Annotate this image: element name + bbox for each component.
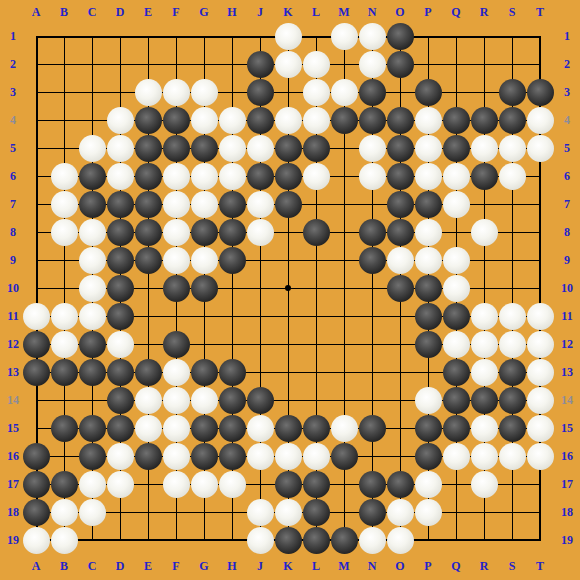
black-stone-r14[interactable] [471, 387, 498, 414]
black-stone-k5[interactable] [275, 135, 302, 162]
black-stone-k15[interactable] [275, 415, 302, 442]
white-stone-n6[interactable] [359, 163, 386, 190]
black-stone-c12[interactable] [79, 331, 106, 358]
go-board[interactable]: AABBCCDDEEFFGGHHJJKKLLMMNNOOPPQQRRSSTT11… [0, 0, 580, 580]
black-stone-a12[interactable] [23, 331, 50, 358]
white-stone-q7[interactable] [443, 191, 470, 218]
col-label-top-E: E [138, 3, 158, 21]
row-label-right-9: 9 [555, 251, 579, 269]
white-stone-s12[interactable] [499, 331, 526, 358]
row-label-right-12: 12 [555, 335, 579, 353]
white-stone-c11[interactable] [79, 303, 106, 330]
white-stone-b6[interactable] [51, 163, 78, 190]
white-stone-d5[interactable] [107, 135, 134, 162]
white-stone-j18[interactable] [247, 499, 274, 526]
white-stone-p4[interactable] [415, 107, 442, 134]
col-label-bottom-P: P [418, 557, 438, 575]
col-label-top-F: F [166, 3, 186, 21]
black-stone-h8[interactable] [219, 219, 246, 246]
white-stone-j7[interactable] [247, 191, 274, 218]
row-label-left-4: 4 [1, 111, 25, 129]
row-label-left-1: 1 [1, 27, 25, 45]
white-stone-g4[interactable] [191, 107, 218, 134]
white-stone-p18[interactable] [415, 499, 442, 526]
black-stone-q15[interactable] [443, 415, 470, 442]
row-label-left-9: 9 [1, 251, 25, 269]
black-stone-g5[interactable] [191, 135, 218, 162]
white-stone-b18[interactable] [51, 499, 78, 526]
black-stone-f10[interactable] [163, 275, 190, 302]
row-label-left-8: 8 [1, 223, 25, 241]
white-stone-k4[interactable] [275, 107, 302, 134]
col-label-top-N: N [362, 3, 382, 21]
white-stone-r8[interactable] [471, 219, 498, 246]
white-stone-n19[interactable] [359, 527, 386, 554]
white-stone-q12[interactable] [443, 331, 470, 358]
black-stone-o1[interactable] [387, 23, 414, 50]
black-stone-m19[interactable] [331, 527, 358, 554]
black-stone-n4[interactable] [359, 107, 386, 134]
white-stone-d6[interactable] [107, 163, 134, 190]
black-stone-n18[interactable] [359, 499, 386, 526]
row-label-right-1: 1 [555, 27, 579, 45]
col-label-top-O: O [390, 3, 410, 21]
col-label-bottom-S: S [502, 557, 522, 575]
black-stone-k17[interactable] [275, 471, 302, 498]
white-stone-m3[interactable] [331, 79, 358, 106]
black-stone-d13[interactable] [107, 359, 134, 386]
row-label-left-10: 10 [1, 279, 25, 297]
black-stone-l19[interactable] [303, 527, 330, 554]
col-label-top-B: B [54, 3, 74, 21]
row-label-left-14: 14 [1, 391, 25, 409]
white-stone-f17[interactable] [163, 471, 190, 498]
row-label-left-17: 17 [1, 475, 25, 493]
white-stone-j15[interactable] [247, 415, 274, 442]
col-label-bottom-L: L [306, 557, 326, 575]
white-stone-m1[interactable] [331, 23, 358, 50]
black-stone-g15[interactable] [191, 415, 218, 442]
white-stone-g3[interactable] [191, 79, 218, 106]
row-label-left-16: 16 [1, 447, 25, 465]
col-label-bottom-T: T [530, 557, 550, 575]
black-stone-p10[interactable] [415, 275, 442, 302]
white-stone-k1[interactable] [275, 23, 302, 50]
black-stone-r4[interactable] [471, 107, 498, 134]
black-stone-d8[interactable] [107, 219, 134, 246]
col-label-top-C: C [82, 3, 102, 21]
white-stone-p14[interactable] [415, 387, 442, 414]
white-stone-n5[interactable] [359, 135, 386, 162]
col-label-bottom-N: N [362, 557, 382, 575]
white-stone-j19[interactable] [247, 527, 274, 554]
black-stone-o2[interactable] [387, 51, 414, 78]
row-label-right-10: 10 [555, 279, 579, 297]
star-point-k10 [285, 285, 291, 291]
black-stone-h14[interactable] [219, 387, 246, 414]
black-stone-l15[interactable] [303, 415, 330, 442]
white-stone-b11[interactable] [51, 303, 78, 330]
black-stone-f4[interactable] [163, 107, 190, 134]
black-stone-d10[interactable] [107, 275, 134, 302]
white-stone-e3[interactable] [135, 79, 162, 106]
black-stone-j14[interactable] [247, 387, 274, 414]
white-stone-d16[interactable] [107, 443, 134, 470]
row-label-right-4: 4 [555, 111, 579, 129]
row-label-left-6: 6 [1, 167, 25, 185]
white-stone-h17[interactable] [219, 471, 246, 498]
row-label-left-18: 18 [1, 503, 25, 521]
white-stone-t11[interactable] [527, 303, 554, 330]
white-stone-t15[interactable] [527, 415, 554, 442]
black-stone-n15[interactable] [359, 415, 386, 442]
white-stone-f3[interactable] [163, 79, 190, 106]
col-label-top-P: P [418, 3, 438, 21]
row-label-right-6: 6 [555, 167, 579, 185]
black-stone-c15[interactable] [79, 415, 106, 442]
black-stone-k7[interactable] [275, 191, 302, 218]
white-stone-f7[interactable] [163, 191, 190, 218]
black-stone-t3[interactable] [527, 79, 554, 106]
black-stone-n8[interactable] [359, 219, 386, 246]
black-stone-n9[interactable] [359, 247, 386, 274]
white-stone-a11[interactable] [23, 303, 50, 330]
row-label-right-7: 7 [555, 195, 579, 213]
white-stone-h6[interactable] [219, 163, 246, 190]
col-label-top-G: G [194, 3, 214, 21]
col-label-bottom-O: O [390, 557, 410, 575]
white-stone-p17[interactable] [415, 471, 442, 498]
col-label-top-L: L [306, 3, 326, 21]
white-stone-t13[interactable] [527, 359, 554, 386]
row-label-left-3: 3 [1, 83, 25, 101]
white-stone-r15[interactable] [471, 415, 498, 442]
black-stone-l17[interactable] [303, 471, 330, 498]
black-stone-q5[interactable] [443, 135, 470, 162]
row-label-left-13: 13 [1, 363, 25, 381]
black-stone-f5[interactable] [163, 135, 190, 162]
black-stone-p16[interactable] [415, 443, 442, 470]
white-stone-r12[interactable] [471, 331, 498, 358]
row-label-right-18: 18 [555, 503, 579, 521]
white-stone-r16[interactable] [471, 443, 498, 470]
white-stone-q9[interactable] [443, 247, 470, 274]
black-stone-q14[interactable] [443, 387, 470, 414]
col-label-bottom-R: R [474, 557, 494, 575]
black-stone-g8[interactable] [191, 219, 218, 246]
row-label-left-19: 19 [1, 531, 25, 549]
white-stone-n2[interactable] [359, 51, 386, 78]
row-label-left-12: 12 [1, 335, 25, 353]
black-stone-q13[interactable] [443, 359, 470, 386]
white-stone-l2[interactable] [303, 51, 330, 78]
white-stone-o18[interactable] [387, 499, 414, 526]
black-stone-g10[interactable] [191, 275, 218, 302]
row-label-left-11: 11 [1, 307, 25, 325]
col-label-top-D: D [110, 3, 130, 21]
white-stone-f16[interactable] [163, 443, 190, 470]
black-stone-l18[interactable] [303, 499, 330, 526]
col-label-bottom-K: K [278, 557, 298, 575]
white-stone-t14[interactable] [527, 387, 554, 414]
black-stone-o8[interactable] [387, 219, 414, 246]
white-stone-t16[interactable] [527, 443, 554, 470]
white-stone-f9[interactable] [163, 247, 190, 274]
black-stone-j4[interactable] [247, 107, 274, 134]
black-stone-a13[interactable] [23, 359, 50, 386]
black-stone-a17[interactable] [23, 471, 50, 498]
white-stone-n1[interactable] [359, 23, 386, 50]
black-stone-o4[interactable] [387, 107, 414, 134]
col-label-top-K: K [278, 3, 298, 21]
row-label-right-16: 16 [555, 447, 579, 465]
white-stone-q6[interactable] [443, 163, 470, 190]
col-label-top-T: T [530, 3, 550, 21]
col-label-bottom-F: F [166, 557, 186, 575]
white-stone-p6[interactable] [415, 163, 442, 190]
white-stone-b7[interactable] [51, 191, 78, 218]
white-stone-c17[interactable] [79, 471, 106, 498]
black-stone-e7[interactable] [135, 191, 162, 218]
black-stone-h7[interactable] [219, 191, 246, 218]
black-stone-q11[interactable] [443, 303, 470, 330]
white-stone-f13[interactable] [163, 359, 190, 386]
black-stone-a18[interactable] [23, 499, 50, 526]
white-stone-g6[interactable] [191, 163, 218, 190]
col-label-top-A: A [26, 3, 46, 21]
row-label-right-14: 14 [555, 391, 579, 409]
white-stone-q10[interactable] [443, 275, 470, 302]
white-stone-l3[interactable] [303, 79, 330, 106]
white-stone-k18[interactable] [275, 499, 302, 526]
white-stone-a19[interactable] [23, 527, 50, 554]
black-stone-p3[interactable] [415, 79, 442, 106]
black-stone-f12[interactable] [163, 331, 190, 358]
row-label-right-13: 13 [555, 363, 579, 381]
black-stone-l8[interactable] [303, 219, 330, 246]
black-stone-o7[interactable] [387, 191, 414, 218]
white-stone-c18[interactable] [79, 499, 106, 526]
white-stone-s11[interactable] [499, 303, 526, 330]
white-stone-r17[interactable] [471, 471, 498, 498]
black-stone-d14[interactable] [107, 387, 134, 414]
white-stone-f14[interactable] [163, 387, 190, 414]
black-stone-e8[interactable] [135, 219, 162, 246]
black-stone-p7[interactable] [415, 191, 442, 218]
row-label-right-8: 8 [555, 223, 579, 241]
white-stone-o19[interactable] [387, 527, 414, 554]
black-stone-h15[interactable] [219, 415, 246, 442]
black-stone-n17[interactable] [359, 471, 386, 498]
black-stone-c7[interactable] [79, 191, 106, 218]
white-stone-e15[interactable] [135, 415, 162, 442]
white-stone-j16[interactable] [247, 443, 274, 470]
black-stone-d9[interactable] [107, 247, 134, 274]
white-stone-k2[interactable] [275, 51, 302, 78]
black-stone-q4[interactable] [443, 107, 470, 134]
black-stone-d15[interactable] [107, 415, 134, 442]
col-label-top-J: J [250, 3, 270, 21]
white-stone-k16[interactable] [275, 443, 302, 470]
col-label-top-Q: Q [446, 3, 466, 21]
white-stone-b8[interactable] [51, 219, 78, 246]
white-stone-t4[interactable] [527, 107, 554, 134]
black-stone-s4[interactable] [499, 107, 526, 134]
black-stone-n3[interactable] [359, 79, 386, 106]
black-stone-r6[interactable] [471, 163, 498, 190]
white-stone-j8[interactable] [247, 219, 274, 246]
white-stone-f6[interactable] [163, 163, 190, 190]
black-stone-e9[interactable] [135, 247, 162, 274]
black-stone-j3[interactable] [247, 79, 274, 106]
white-stone-p9[interactable] [415, 247, 442, 274]
black-stone-g13[interactable] [191, 359, 218, 386]
black-stone-s3[interactable] [499, 79, 526, 106]
black-stone-c6[interactable] [79, 163, 106, 190]
black-stone-l5[interactable] [303, 135, 330, 162]
white-stone-h5[interactable] [219, 135, 246, 162]
white-stone-g17[interactable] [191, 471, 218, 498]
black-stone-j2[interactable] [247, 51, 274, 78]
black-stone-o10[interactable] [387, 275, 414, 302]
white-stone-d17[interactable] [107, 471, 134, 498]
black-stone-h13[interactable] [219, 359, 246, 386]
col-label-bottom-J: J [250, 557, 270, 575]
black-stone-j6[interactable] [247, 163, 274, 190]
col-label-top-S: S [502, 3, 522, 21]
black-stone-c13[interactable] [79, 359, 106, 386]
col-label-bottom-B: B [54, 557, 74, 575]
row-label-left-15: 15 [1, 419, 25, 437]
black-stone-s15[interactable] [499, 415, 526, 442]
black-stone-m16[interactable] [331, 443, 358, 470]
black-stone-d7[interactable] [107, 191, 134, 218]
white-stone-q16[interactable] [443, 443, 470, 470]
black-stone-b15[interactable] [51, 415, 78, 442]
white-stone-t12[interactable] [527, 331, 554, 358]
white-stone-l4[interactable] [303, 107, 330, 134]
black-stone-p11[interactable] [415, 303, 442, 330]
white-stone-c5[interactable] [79, 135, 106, 162]
white-stone-c9[interactable] [79, 247, 106, 274]
white-stone-g14[interactable] [191, 387, 218, 414]
row-label-left-5: 5 [1, 139, 25, 157]
black-stone-o5[interactable] [387, 135, 414, 162]
white-stone-b12[interactable] [51, 331, 78, 358]
row-label-left-2: 2 [1, 55, 25, 73]
white-stone-d4[interactable] [107, 107, 134, 134]
row-label-left-7: 7 [1, 195, 25, 213]
white-stone-t5[interactable] [527, 135, 554, 162]
white-stone-s6[interactable] [499, 163, 526, 190]
black-stone-h9[interactable] [219, 247, 246, 274]
black-stone-h16[interactable] [219, 443, 246, 470]
white-stone-c8[interactable] [79, 219, 106, 246]
black-stone-o6[interactable] [387, 163, 414, 190]
black-stone-k6[interactable] [275, 163, 302, 190]
row-label-right-2: 2 [555, 55, 579, 73]
white-stone-b19[interactable] [51, 527, 78, 554]
row-label-right-19: 19 [555, 531, 579, 549]
white-stone-c10[interactable] [79, 275, 106, 302]
black-stone-e5[interactable] [135, 135, 162, 162]
black-stone-p15[interactable] [415, 415, 442, 442]
black-stone-e13[interactable] [135, 359, 162, 386]
black-stone-b17[interactable] [51, 471, 78, 498]
black-stone-s13[interactable] [499, 359, 526, 386]
white-stone-d12[interactable] [107, 331, 134, 358]
white-stone-p8[interactable] [415, 219, 442, 246]
black-stone-d11[interactable] [107, 303, 134, 330]
white-stone-m15[interactable] [331, 415, 358, 442]
white-stone-r13[interactable] [471, 359, 498, 386]
white-stone-s5[interactable] [499, 135, 526, 162]
white-stone-h4[interactable] [219, 107, 246, 134]
white-stone-f15[interactable] [163, 415, 190, 442]
row-label-right-5: 5 [555, 139, 579, 157]
col-label-top-R: R [474, 3, 494, 21]
black-stone-g16[interactable] [191, 443, 218, 470]
black-stone-b13[interactable] [51, 359, 78, 386]
row-label-right-11: 11 [555, 307, 579, 325]
white-stone-s16[interactable] [499, 443, 526, 470]
col-label-bottom-A: A [26, 557, 46, 575]
white-stone-o9[interactable] [387, 247, 414, 274]
col-label-bottom-D: D [110, 557, 130, 575]
col-label-bottom-C: C [82, 557, 102, 575]
white-stone-l16[interactable] [303, 443, 330, 470]
white-stone-j5[interactable] [247, 135, 274, 162]
row-label-right-3: 3 [555, 83, 579, 101]
white-stone-r11[interactable] [471, 303, 498, 330]
black-stone-e6[interactable] [135, 163, 162, 190]
col-label-bottom-Q: Q [446, 557, 466, 575]
black-stone-p12[interactable] [415, 331, 442, 358]
white-stone-f8[interactable] [163, 219, 190, 246]
white-stone-e14[interactable] [135, 387, 162, 414]
black-stone-s14[interactable] [499, 387, 526, 414]
white-stone-l6[interactable] [303, 163, 330, 190]
col-label-bottom-H: H [222, 557, 242, 575]
col-label-bottom-M: M [334, 557, 354, 575]
col-label-top-M: M [334, 3, 354, 21]
black-stone-a16[interactable] [23, 443, 50, 470]
black-stone-o17[interactable] [387, 471, 414, 498]
col-label-top-H: H [222, 3, 242, 21]
white-stone-r5[interactable] [471, 135, 498, 162]
black-stone-m4[interactable] [331, 107, 358, 134]
white-stone-g9[interactable] [191, 247, 218, 274]
black-stone-e4[interactable] [135, 107, 162, 134]
row-label-right-15: 15 [555, 419, 579, 437]
col-label-bottom-E: E [138, 557, 158, 575]
black-stone-c16[interactable] [79, 443, 106, 470]
black-stone-e16[interactable] [135, 443, 162, 470]
row-label-right-17: 17 [555, 475, 579, 493]
white-stone-g7[interactable] [191, 191, 218, 218]
white-stone-p5[interactable] [415, 135, 442, 162]
col-label-bottom-G: G [194, 557, 214, 575]
black-stone-k19[interactable] [275, 527, 302, 554]
